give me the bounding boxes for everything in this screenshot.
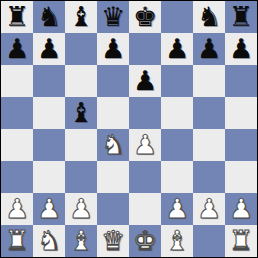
square-a6[interactable]: [1, 65, 33, 97]
square-f1[interactable]: ♝: [161, 225, 193, 257]
square-f2[interactable]: ♟: [161, 193, 193, 225]
piece-black-pawn: ♟: [101, 33, 125, 65]
piece-white-pawn: ♟: [5, 193, 29, 225]
piece-white-bishop: ♝: [165, 225, 189, 257]
square-d1[interactable]: ♛: [97, 225, 129, 257]
square-h7[interactable]: ♟: [225, 33, 257, 65]
piece-white-rook: ♜: [5, 225, 29, 257]
square-d4[interactable]: ♞: [97, 129, 129, 161]
chess-board: ♜♞♝♛♚♞♜♟♟♟♟♟♟♟♝♞♟♟♟♟♟♟♟♜♞♝♛♚♝♜: [0, 0, 258, 258]
piece-white-knight: ♞: [37, 225, 61, 257]
piece-black-queen: ♛: [101, 1, 125, 33]
square-a8[interactable]: ♜: [1, 1, 33, 33]
piece-black-pawn: ♟: [37, 33, 61, 65]
piece-black-pawn: ♟: [5, 33, 29, 65]
piece-white-pawn: ♟: [37, 193, 61, 225]
square-c1[interactable]: ♝: [65, 225, 97, 257]
square-c7[interactable]: [65, 33, 97, 65]
square-g3[interactable]: [193, 161, 225, 193]
square-e3[interactable]: [129, 161, 161, 193]
square-c4[interactable]: [65, 129, 97, 161]
chess-board-wrapper: ♜♞♝♛♚♞♜♟♟♟♟♟♟♟♝♞♟♟♟♟♟♟♟♜♞♝♛♚♝♜: [0, 0, 258, 258]
square-e2[interactable]: [129, 193, 161, 225]
square-b6[interactable]: [33, 65, 65, 97]
square-g2[interactable]: ♟: [193, 193, 225, 225]
square-e6[interactable]: ♟: [129, 65, 161, 97]
piece-black-knight: ♞: [37, 1, 61, 33]
piece-white-bishop: ♝: [69, 225, 93, 257]
piece-white-pawn: ♟: [133, 129, 157, 161]
square-h4[interactable]: [225, 129, 257, 161]
piece-black-bishop: ♝: [69, 97, 93, 129]
piece-black-rook: ♜: [229, 1, 253, 33]
piece-white-pawn: ♟: [69, 193, 93, 225]
square-f3[interactable]: [161, 161, 193, 193]
piece-black-knight: ♞: [197, 1, 221, 33]
piece-black-pawn: ♟: [133, 65, 157, 97]
square-h6[interactable]: [225, 65, 257, 97]
square-c2[interactable]: ♟: [65, 193, 97, 225]
square-e7[interactable]: [129, 33, 161, 65]
square-f5[interactable]: [161, 97, 193, 129]
piece-white-queen: ♛: [101, 225, 125, 257]
square-c6[interactable]: [65, 65, 97, 97]
square-f8[interactable]: [161, 1, 193, 33]
piece-black-pawn: ♟: [165, 33, 189, 65]
piece-black-rook: ♜: [5, 1, 29, 33]
square-g8[interactable]: ♞: [193, 1, 225, 33]
piece-white-pawn: ♟: [165, 193, 189, 225]
square-e4[interactable]: ♟: [129, 129, 161, 161]
square-c8[interactable]: ♝: [65, 1, 97, 33]
square-a3[interactable]: [1, 161, 33, 193]
piece-white-pawn: ♟: [229, 193, 253, 225]
square-b2[interactable]: ♟: [33, 193, 65, 225]
square-a7[interactable]: ♟: [1, 33, 33, 65]
piece-white-knight: ♞: [101, 129, 125, 161]
square-b3[interactable]: [33, 161, 65, 193]
square-d7[interactable]: ♟: [97, 33, 129, 65]
square-e8[interactable]: ♚: [129, 1, 161, 33]
square-b5[interactable]: [33, 97, 65, 129]
square-g1[interactable]: [193, 225, 225, 257]
square-b8[interactable]: ♞: [33, 1, 65, 33]
square-g5[interactable]: [193, 97, 225, 129]
square-h8[interactable]: ♜: [225, 1, 257, 33]
square-d6[interactable]: [97, 65, 129, 97]
square-b1[interactable]: ♞: [33, 225, 65, 257]
square-a1[interactable]: ♜: [1, 225, 33, 257]
piece-black-bishop: ♝: [69, 1, 93, 33]
square-d5[interactable]: [97, 97, 129, 129]
square-d8[interactable]: ♛: [97, 1, 129, 33]
square-g7[interactable]: ♟: [193, 33, 225, 65]
square-e1[interactable]: ♚: [129, 225, 161, 257]
square-g6[interactable]: [193, 65, 225, 97]
piece-black-pawn: ♟: [229, 33, 253, 65]
piece-black-king: ♚: [133, 1, 157, 33]
piece-black-pawn: ♟: [197, 33, 221, 65]
square-b4[interactable]: [33, 129, 65, 161]
square-b7[interactable]: ♟: [33, 33, 65, 65]
square-d2[interactable]: [97, 193, 129, 225]
piece-white-rook: ♜: [229, 225, 253, 257]
square-h1[interactable]: ♜: [225, 225, 257, 257]
square-h3[interactable]: [225, 161, 257, 193]
square-h5[interactable]: [225, 97, 257, 129]
piece-white-king: ♚: [133, 225, 157, 257]
square-c5[interactable]: ♝: [65, 97, 97, 129]
square-g4[interactable]: [193, 129, 225, 161]
square-f4[interactable]: [161, 129, 193, 161]
piece-white-pawn: ♟: [197, 193, 221, 225]
square-a4[interactable]: [1, 129, 33, 161]
square-d3[interactable]: [97, 161, 129, 193]
square-a5[interactable]: [1, 97, 33, 129]
square-c3[interactable]: [65, 161, 97, 193]
square-f6[interactable]: [161, 65, 193, 97]
square-e5[interactable]: [129, 97, 161, 129]
square-h2[interactable]: ♟: [225, 193, 257, 225]
square-a2[interactable]: ♟: [1, 193, 33, 225]
square-f7[interactable]: ♟: [161, 33, 193, 65]
